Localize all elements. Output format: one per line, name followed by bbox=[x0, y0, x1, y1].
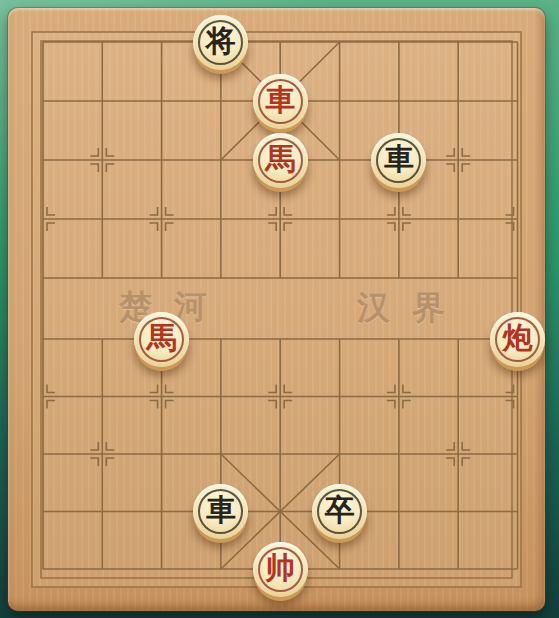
piece-character: 車 bbox=[193, 484, 248, 536]
piece-character: 馬 bbox=[134, 312, 189, 364]
piece-black-soldier[interactable]: 卒 bbox=[312, 484, 367, 539]
piece-black-chariot[interactable]: 車 bbox=[193, 484, 248, 539]
piece-character: 馬 bbox=[253, 133, 308, 185]
piece-red-cannon[interactable]: 炮 bbox=[490, 312, 545, 367]
game-background: 楚河 汉界 将車馬車馬炮車卒帅 bbox=[0, 0, 559, 618]
piece-red-general[interactable]: 帅 bbox=[253, 542, 308, 597]
piece-character: 車 bbox=[253, 74, 308, 126]
piece-black-chariot[interactable]: 車 bbox=[371, 133, 426, 188]
piece-black-general[interactable]: 将 bbox=[193, 15, 248, 70]
piece-character: 将 bbox=[193, 15, 248, 67]
piece-red-horse[interactable]: 馬 bbox=[134, 312, 189, 367]
xiangqi-board[interactable]: 楚河 汉界 将車馬車馬炮車卒帅 bbox=[8, 8, 545, 611]
piece-red-horse[interactable]: 馬 bbox=[253, 133, 308, 188]
piece-red-chariot[interactable]: 車 bbox=[253, 74, 308, 129]
piece-character: 帅 bbox=[253, 542, 308, 594]
piece-character: 卒 bbox=[312, 484, 367, 536]
piece-character: 炮 bbox=[490, 312, 545, 364]
piece-character: 車 bbox=[371, 133, 426, 185]
